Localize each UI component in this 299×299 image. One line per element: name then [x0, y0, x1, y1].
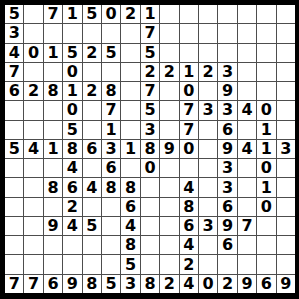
grid-cell[interactable] [180, 24, 198, 42]
grid-cell[interactable] [277, 101, 295, 119]
grid-cell[interactable] [44, 101, 62, 119]
grid-cell[interactable] [277, 44, 295, 62]
grid-cell[interactable] [121, 101, 139, 119]
grid-cell[interactable] [257, 63, 275, 81]
grid-cell[interactable] [121, 121, 139, 139]
grid-cell[interactable] [102, 236, 120, 254]
digit-grid: 5715021374015255702212362812870907573340… [5, 5, 295, 293]
grid-cell[interactable] [44, 63, 62, 81]
grid-cell[interactable]: 4 [180, 275, 198, 293]
grid-cell[interactable] [277, 217, 295, 235]
grid-cell[interactable]: 2 [141, 63, 159, 81]
grid-cell[interactable] [63, 24, 81, 42]
grid-cell[interactable] [83, 101, 101, 119]
grid-cell[interactable] [238, 5, 256, 23]
grid-cell[interactable] [277, 82, 295, 100]
grid-cell[interactable] [199, 82, 217, 100]
grid-cell[interactable]: 0 [257, 198, 275, 216]
grid-cell[interactable] [257, 24, 275, 42]
grid-cell[interactable] [5, 198, 23, 216]
grid-cell[interactable] [180, 5, 198, 23]
grid-cell[interactable]: 0 [63, 63, 81, 81]
grid-cell[interactable]: 6 [44, 275, 62, 293]
grid-cell[interactable]: 2 [83, 44, 101, 62]
grid-cell[interactable]: 1 [63, 5, 81, 23]
grid-cell[interactable] [199, 44, 217, 62]
grid-cell[interactable] [218, 255, 236, 273]
grid-cell[interactable] [238, 24, 256, 42]
grid-cell[interactable]: 5 [5, 140, 23, 158]
grid-cell[interactable] [257, 217, 275, 235]
grid-cell[interactable] [102, 217, 120, 235]
grid-cell[interactable] [277, 63, 295, 81]
grid-cell[interactable] [83, 63, 101, 81]
grid-cell[interactable] [238, 236, 256, 254]
grid-cell[interactable] [141, 217, 159, 235]
grid-cell[interactable] [160, 217, 178, 235]
grid-cell[interactable]: 2 [24, 82, 42, 100]
grid-cell[interactable] [257, 236, 275, 254]
grid-cell[interactable] [44, 236, 62, 254]
grid-cell[interactable] [257, 255, 275, 273]
grid-cell[interactable]: 5 [141, 101, 159, 119]
grid-cell[interactable]: 4 [180, 236, 198, 254]
grid-cell[interactable]: 6 [257, 275, 275, 293]
grid-cell[interactable]: 4 [63, 159, 81, 177]
grid-cell[interactable]: 4 [238, 140, 256, 158]
grid-cell[interactable]: 7 [5, 63, 23, 81]
grid-cell[interactable]: 4 [24, 140, 42, 158]
grid-cell[interactable]: 8 [121, 236, 139, 254]
grid-cell[interactable] [24, 121, 42, 139]
grid-cell[interactable]: 3 [218, 178, 236, 196]
grid-cell[interactable] [277, 178, 295, 196]
grid-cell[interactable] [24, 24, 42, 42]
puzzle-board: 5715021374015255702212362812870907573340… [0, 0, 299, 299]
grid-cell[interactable] [277, 198, 295, 216]
grid-cell[interactable]: 1 [257, 140, 275, 158]
grid-cell[interactable]: 7 [180, 101, 198, 119]
grid-cell[interactable] [277, 24, 295, 42]
grid-cell[interactable] [141, 255, 159, 273]
grid-cell[interactable] [199, 159, 217, 177]
grid-cell[interactable]: 6 [218, 198, 236, 216]
grid-cell[interactable] [5, 121, 23, 139]
grid-cell[interactable]: 2 [83, 82, 101, 100]
grid-cell[interactable]: 4 [5, 44, 23, 62]
grid-cell[interactable]: 4 [121, 217, 139, 235]
grid-cell[interactable]: 2 [63, 198, 81, 216]
grid-cell[interactable]: 7 [141, 82, 159, 100]
grid-cell[interactable]: 1 [121, 140, 139, 158]
grid-cell[interactable] [24, 255, 42, 273]
grid-cell[interactable] [238, 82, 256, 100]
grid-cell[interactable]: 2 [180, 255, 198, 273]
grid-cell[interactable] [5, 217, 23, 235]
grid-cell[interactable] [160, 236, 178, 254]
grid-cell[interactable] [199, 198, 217, 216]
grid-cell[interactable] [141, 198, 159, 216]
grid-cell[interactable]: 0 [257, 159, 275, 177]
grid-cell[interactable] [24, 178, 42, 196]
grid-cell[interactable]: 1 [141, 5, 159, 23]
grid-cell[interactable]: 3 [218, 159, 236, 177]
grid-cell[interactable] [44, 159, 62, 177]
grid-cell[interactable]: 0 [63, 101, 81, 119]
grid-cell[interactable]: 0 [102, 5, 120, 23]
grid-cell[interactable]: 9 [160, 140, 178, 158]
grid-cell[interactable] [180, 44, 198, 62]
grid-cell[interactable]: 1 [44, 140, 62, 158]
grid-cell[interactable]: 5 [63, 44, 81, 62]
grid-cell[interactable]: 2 [218, 275, 236, 293]
grid-cell[interactable]: 9 [238, 275, 256, 293]
grid-cell[interactable]: 5 [121, 255, 139, 273]
grid-cell[interactable]: 6 [121, 198, 139, 216]
grid-cell[interactable] [199, 140, 217, 158]
grid-cell[interactable]: 5 [141, 44, 159, 62]
grid-cell[interactable] [24, 101, 42, 119]
grid-cell[interactable] [63, 236, 81, 254]
grid-cell[interactable] [24, 5, 42, 23]
grid-cell[interactable] [180, 159, 198, 177]
grid-cell[interactable]: 8 [141, 140, 159, 158]
grid-cell[interactable]: 8 [44, 82, 62, 100]
grid-cell[interactable] [160, 24, 178, 42]
grid-cell[interactable] [5, 236, 23, 254]
grid-cell[interactable]: 8 [102, 82, 120, 100]
grid-cell[interactable]: 6 [63, 178, 81, 196]
grid-cell[interactable]: 1 [257, 178, 275, 196]
grid-cell[interactable] [238, 63, 256, 81]
grid-cell[interactable]: 1 [102, 121, 120, 139]
grid-cell[interactable]: 8 [44, 178, 62, 196]
grid-cell[interactable]: 1 [63, 82, 81, 100]
grid-cell[interactable] [160, 178, 178, 196]
grid-cell[interactable] [160, 198, 178, 216]
grid-cell[interactable] [102, 198, 120, 216]
grid-cell[interactable] [44, 198, 62, 216]
grid-cell[interactable] [199, 255, 217, 273]
grid-cell[interactable]: 3 [218, 63, 236, 81]
grid-cell[interactable]: 1 [257, 121, 275, 139]
grid-cell[interactable] [218, 44, 236, 62]
grid-cell[interactable] [257, 5, 275, 23]
grid-cell[interactable]: 6 [218, 121, 236, 139]
grid-cell[interactable]: 6 [5, 82, 23, 100]
grid-cell[interactable]: 3 [218, 101, 236, 119]
grid-cell[interactable] [277, 121, 295, 139]
grid-cell[interactable] [199, 178, 217, 196]
grid-cell[interactable]: 5 [83, 217, 101, 235]
grid-cell[interactable] [24, 159, 42, 177]
grid-cell[interactable] [199, 24, 217, 42]
grid-cell[interactable] [257, 44, 275, 62]
grid-cell[interactable]: 0 [24, 44, 42, 62]
grid-cell[interactable] [160, 121, 178, 139]
grid-cell[interactable] [44, 24, 62, 42]
grid-cell[interactable]: 4 [63, 217, 81, 235]
grid-cell[interactable] [44, 255, 62, 273]
grid-cell[interactable] [63, 255, 81, 273]
grid-cell[interactable] [199, 5, 217, 23]
grid-cell[interactable]: 7 [24, 275, 42, 293]
grid-cell[interactable]: 8 [102, 178, 120, 196]
grid-cell[interactable] [257, 82, 275, 100]
grid-cell[interactable] [160, 44, 178, 62]
grid-cell[interactable] [238, 121, 256, 139]
grid-cell[interactable] [160, 159, 178, 177]
grid-cell[interactable]: 6 [218, 236, 236, 254]
grid-cell[interactable]: 1 [44, 44, 62, 62]
grid-cell[interactable]: 7 [5, 275, 23, 293]
grid-cell[interactable] [121, 159, 139, 177]
grid-cell[interactable]: 9 [63, 275, 81, 293]
grid-cell[interactable]: 0 [141, 159, 159, 177]
grid-cell[interactable]: 5 [102, 44, 120, 62]
grid-cell[interactable]: 8 [63, 140, 81, 158]
grid-cell[interactable]: 6 [102, 159, 120, 177]
grid-cell[interactable] [277, 255, 295, 273]
grid-cell[interactable]: 3 [141, 121, 159, 139]
grid-cell[interactable]: 4 [180, 178, 198, 196]
grid-cell[interactable]: 9 [277, 275, 295, 293]
grid-cell[interactable]: 2 [160, 275, 178, 293]
grid-cell[interactable]: 9 [218, 217, 236, 235]
grid-cell[interactable] [160, 255, 178, 273]
grid-cell[interactable]: 1 [180, 63, 198, 81]
grid-cell[interactable]: 5 [5, 5, 23, 23]
grid-cell[interactable] [24, 236, 42, 254]
grid-cell[interactable]: 6 [180, 217, 198, 235]
grid-cell[interactable]: 7 [102, 101, 120, 119]
grid-cell[interactable]: 6 [83, 140, 101, 158]
grid-cell[interactable] [238, 255, 256, 273]
grid-cell[interactable]: 7 [44, 5, 62, 23]
grid-cell[interactable] [141, 178, 159, 196]
grid-cell[interactable]: 3 [5, 24, 23, 42]
grid-cell[interactable] [160, 101, 178, 119]
grid-cell[interactable]: 7 [180, 121, 198, 139]
grid-cell[interactable] [44, 121, 62, 139]
grid-cell[interactable] [238, 159, 256, 177]
grid-cell[interactable] [83, 236, 101, 254]
grid-cell[interactable] [121, 82, 139, 100]
grid-cell[interactable]: 8 [141, 275, 159, 293]
grid-cell[interactable] [141, 236, 159, 254]
grid-cell[interactable]: 2 [121, 5, 139, 23]
grid-cell[interactable]: 4 [238, 101, 256, 119]
grid-cell[interactable] [83, 24, 101, 42]
grid-cell[interactable]: 3 [102, 140, 120, 158]
grid-cell[interactable] [277, 5, 295, 23]
grid-cell[interactable]: 5 [102, 275, 120, 293]
grid-cell[interactable] [277, 236, 295, 254]
grid-cell[interactable] [5, 101, 23, 119]
grid-cell[interactable]: 3 [277, 140, 295, 158]
grid-cell[interactable] [83, 159, 101, 177]
grid-cell[interactable]: 0 [180, 140, 198, 158]
grid-cell[interactable] [5, 255, 23, 273]
grid-cell[interactable]: 0 [180, 82, 198, 100]
grid-cell[interactable]: 0 [257, 101, 275, 119]
grid-cell[interactable]: 5 [63, 121, 81, 139]
grid-cell[interactable]: 4 [83, 178, 101, 196]
grid-cell[interactable]: 9 [44, 217, 62, 235]
grid-cell[interactable] [24, 63, 42, 81]
grid-cell[interactable] [218, 5, 236, 23]
grid-cell[interactable] [5, 159, 23, 177]
grid-cell[interactable]: 5 [83, 5, 101, 23]
grid-cell[interactable]: 9 [218, 140, 236, 158]
grid-cell[interactable]: 7 [238, 217, 256, 235]
grid-cell[interactable] [83, 121, 101, 139]
grid-cell[interactable]: 7 [141, 24, 159, 42]
grid-cell[interactable] [121, 44, 139, 62]
grid-cell[interactable] [277, 159, 295, 177]
grid-cell[interactable] [102, 24, 120, 42]
grid-cell[interactable] [199, 121, 217, 139]
grid-cell[interactable] [24, 217, 42, 235]
grid-cell[interactable]: 3 [199, 217, 217, 235]
grid-cell[interactable]: 3 [199, 101, 217, 119]
grid-cell[interactable] [238, 44, 256, 62]
grid-cell[interactable] [160, 5, 178, 23]
grid-cell[interactable]: 8 [83, 275, 101, 293]
grid-cell[interactable]: 8 [180, 198, 198, 216]
grid-cell[interactable] [238, 198, 256, 216]
grid-cell[interactable] [199, 236, 217, 254]
grid-cell[interactable]: 2 [160, 63, 178, 81]
grid-cell[interactable] [102, 63, 120, 81]
grid-cell[interactable] [160, 82, 178, 100]
grid-cell[interactable] [121, 24, 139, 42]
grid-cell[interactable] [5, 178, 23, 196]
grid-cell[interactable] [83, 198, 101, 216]
grid-cell[interactable]: 0 [199, 275, 217, 293]
grid-cell[interactable]: 8 [121, 178, 139, 196]
grid-cell[interactable] [83, 255, 101, 273]
grid-cell[interactable]: 3 [121, 275, 139, 293]
grid-cell[interactable]: 2 [199, 63, 217, 81]
grid-cell[interactable] [121, 63, 139, 81]
grid-cell[interactable] [218, 24, 236, 42]
grid-cell[interactable] [102, 255, 120, 273]
grid-cell[interactable] [24, 198, 42, 216]
grid-cell[interactable]: 9 [218, 82, 236, 100]
grid-cell[interactable] [238, 178, 256, 196]
